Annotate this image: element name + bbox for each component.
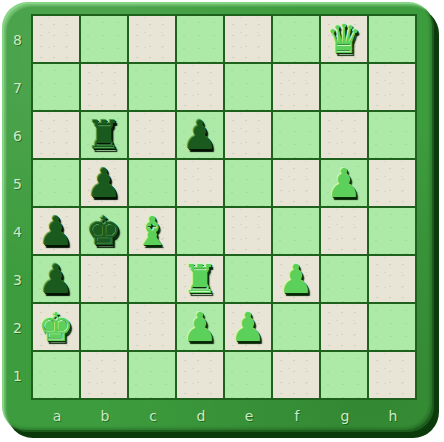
piece-black-pawn[interactable]: ♟ (33, 256, 79, 302)
square-d2[interactable]: ♟ (177, 304, 223, 350)
square-a5[interactable] (33, 160, 79, 206)
square-b3[interactable] (81, 256, 127, 302)
file-label-c: c (129, 401, 177, 432)
rank-label-5: 5 (5, 160, 30, 208)
square-d3[interactable]: ♜ (177, 256, 223, 302)
square-g4[interactable] (321, 208, 367, 254)
square-b5[interactable]: ♟ (81, 160, 127, 206)
chessboard-window: 87654321 ♛♜♟♟♟♟♚♝♟♜♟♚♟♟ abcdefgh (0, 0, 444, 442)
square-c2[interactable] (129, 304, 175, 350)
square-a2[interactable]: ♚ (33, 304, 79, 350)
square-a4[interactable]: ♟ (33, 208, 79, 254)
piece-black-king[interactable]: ♚ (81, 208, 127, 254)
square-c5[interactable] (129, 160, 175, 206)
rank-label-3: 3 (5, 256, 30, 304)
square-f4[interactable] (273, 208, 319, 254)
square-a8[interactable] (33, 16, 79, 62)
square-g2[interactable] (321, 304, 367, 350)
square-h7[interactable] (369, 64, 415, 110)
square-h1[interactable] (369, 352, 415, 398)
rank-labels: 87654321 (5, 16, 30, 400)
file-label-h: h (369, 401, 417, 432)
square-g8[interactable]: ♛ (321, 16, 367, 62)
square-e2[interactable]: ♟ (225, 304, 271, 350)
square-c6[interactable] (129, 112, 175, 158)
file-labels: abcdefgh (33, 401, 417, 432)
square-g7[interactable] (321, 64, 367, 110)
square-b2[interactable] (81, 304, 127, 350)
piece-white-pawn[interactable]: ♟ (177, 304, 223, 350)
square-e4[interactable] (225, 208, 271, 254)
rank-label-2: 2 (5, 304, 30, 352)
file-label-d: d (177, 401, 225, 432)
square-g3[interactable] (321, 256, 367, 302)
square-b1[interactable] (81, 352, 127, 398)
square-h4[interactable] (369, 208, 415, 254)
square-b7[interactable] (81, 64, 127, 110)
file-label-b: b (81, 401, 129, 432)
piece-white-rook[interactable]: ♜ (177, 256, 223, 302)
square-b6[interactable]: ♜ (81, 112, 127, 158)
square-d7[interactable] (177, 64, 223, 110)
file-label-a: a (33, 401, 81, 432)
square-g1[interactable] (321, 352, 367, 398)
square-f1[interactable] (273, 352, 319, 398)
square-g6[interactable] (321, 112, 367, 158)
square-c4[interactable]: ♝ (129, 208, 175, 254)
square-e3[interactable] (225, 256, 271, 302)
piece-black-pawn[interactable]: ♟ (177, 112, 223, 158)
square-d1[interactable] (177, 352, 223, 398)
file-label-e: e (225, 401, 273, 432)
file-label-g: g (321, 401, 369, 432)
square-f2[interactable] (273, 304, 319, 350)
square-f8[interactable] (273, 16, 319, 62)
square-a3[interactable]: ♟ (33, 256, 79, 302)
square-b8[interactable] (81, 16, 127, 62)
square-a1[interactable] (33, 352, 79, 398)
square-e7[interactable] (225, 64, 271, 110)
square-g5[interactable]: ♟ (321, 160, 367, 206)
square-f5[interactable] (273, 160, 319, 206)
square-c7[interactable] (129, 64, 175, 110)
square-d4[interactable] (177, 208, 223, 254)
piece-black-pawn[interactable]: ♟ (81, 160, 127, 206)
square-e8[interactable] (225, 16, 271, 62)
square-h5[interactable] (369, 160, 415, 206)
square-d5[interactable] (177, 160, 223, 206)
piece-white-pawn[interactable]: ♟ (273, 256, 319, 302)
piece-white-pawn[interactable]: ♟ (321, 160, 367, 206)
square-c8[interactable] (129, 16, 175, 62)
square-h3[interactable] (369, 256, 415, 302)
rank-label-6: 6 (5, 112, 30, 160)
rank-label-8: 8 (5, 16, 30, 64)
square-a7[interactable] (33, 64, 79, 110)
square-h2[interactable] (369, 304, 415, 350)
rank-label-4: 4 (5, 208, 30, 256)
rank-label-7: 7 (5, 64, 30, 112)
board[interactable]: ♛♜♟♟♟♟♚♝♟♜♟♚♟♟ (31, 14, 417, 400)
square-d6[interactable]: ♟ (177, 112, 223, 158)
square-a6[interactable] (33, 112, 79, 158)
piece-white-pawn[interactable]: ♟ (225, 304, 271, 350)
square-e5[interactable] (225, 160, 271, 206)
square-h8[interactable] (369, 16, 415, 62)
square-d8[interactable] (177, 16, 223, 62)
file-label-f: f (273, 401, 321, 432)
piece-white-queen[interactable]: ♛ (321, 16, 367, 62)
square-e6[interactable] (225, 112, 271, 158)
piece-white-king[interactable]: ♚ (33, 304, 79, 350)
piece-black-rook[interactable]: ♜ (81, 112, 127, 158)
square-f3[interactable]: ♟ (273, 256, 319, 302)
square-b4[interactable]: ♚ (81, 208, 127, 254)
square-f7[interactable] (273, 64, 319, 110)
square-f6[interactable] (273, 112, 319, 158)
piece-black-pawn[interactable]: ♟ (33, 208, 79, 254)
square-e1[interactable] (225, 352, 271, 398)
square-h6[interactable] (369, 112, 415, 158)
square-c3[interactable] (129, 256, 175, 302)
square-c1[interactable] (129, 352, 175, 398)
rank-label-1: 1 (5, 352, 30, 400)
piece-white-bishop[interactable]: ♝ (129, 208, 175, 254)
